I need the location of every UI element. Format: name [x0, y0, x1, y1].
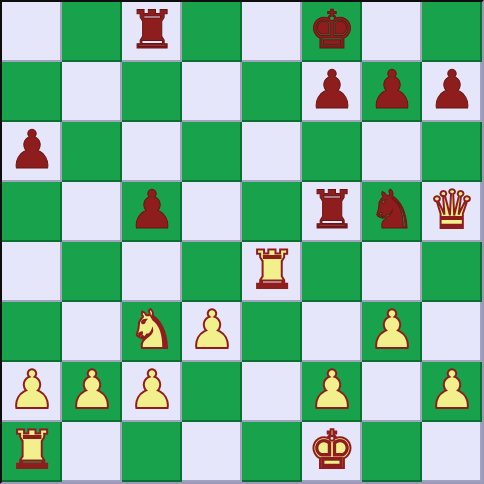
piece-white-rook[interactable]: ♜ [248, 242, 296, 300]
square-c5[interactable]: ♟ [122, 182, 182, 242]
square-b1[interactable] [62, 422, 122, 482]
square-e4[interactable]: ♜ [242, 242, 302, 302]
square-b7[interactable] [62, 62, 122, 122]
square-a7[interactable] [2, 62, 62, 122]
square-g4[interactable] [362, 242, 422, 302]
square-f1[interactable]: ♚ [302, 422, 362, 482]
square-b2[interactable]: ♟ [62, 362, 122, 422]
piece-white-pawn[interactable]: ♟ [68, 362, 116, 420]
square-d5[interactable] [182, 182, 242, 242]
square-h6[interactable] [422, 122, 482, 182]
square-f7[interactable]: ♟ [302, 62, 362, 122]
piece-white-rook[interactable]: ♜ [8, 422, 56, 480]
square-d4[interactable] [182, 242, 242, 302]
square-h7[interactable]: ♟ [422, 62, 482, 122]
square-f2[interactable]: ♟ [302, 362, 362, 422]
piece-black-pawn[interactable]: ♟ [128, 182, 176, 240]
square-c4[interactable] [122, 242, 182, 302]
square-g1[interactable] [362, 422, 422, 482]
square-h5[interactable]: ♛ [422, 182, 482, 242]
square-e7[interactable] [242, 62, 302, 122]
square-a2[interactable]: ♟ [2, 362, 62, 422]
square-b8[interactable] [62, 2, 122, 62]
piece-white-pawn[interactable]: ♟ [428, 362, 476, 420]
square-c1[interactable] [122, 422, 182, 482]
square-e5[interactable] [242, 182, 302, 242]
square-a6[interactable]: ♟ [2, 122, 62, 182]
square-e3[interactable] [242, 302, 302, 362]
square-h3[interactable] [422, 302, 482, 362]
square-f5[interactable]: ♜ [302, 182, 362, 242]
square-e8[interactable] [242, 2, 302, 62]
square-e6[interactable] [242, 122, 302, 182]
square-c3[interactable]: ♞ [122, 302, 182, 362]
square-b4[interactable] [62, 242, 122, 302]
square-c7[interactable] [122, 62, 182, 122]
square-a4[interactable] [2, 242, 62, 302]
square-c2[interactable]: ♟ [122, 362, 182, 422]
chess-board: ♜♚♟♟♟♟♟♜♞♛♜♞♟♟♟♟♟♟♟♜♚ [0, 0, 484, 484]
square-g6[interactable] [362, 122, 422, 182]
board-wrapper: ♜♚♟♟♟♟♟♜♞♛♜♞♟♟♟♟♟♟♟♜♚ [0, 0, 484, 484]
square-g7[interactable]: ♟ [362, 62, 422, 122]
piece-black-rook[interactable]: ♜ [128, 2, 176, 60]
square-f4[interactable] [302, 242, 362, 302]
piece-white-pawn[interactable]: ♟ [8, 362, 56, 420]
square-a1[interactable]: ♜ [2, 422, 62, 482]
square-c6[interactable] [122, 122, 182, 182]
square-e1[interactable] [242, 422, 302, 482]
piece-black-pawn[interactable]: ♟ [368, 62, 416, 120]
square-g3[interactable]: ♟ [362, 302, 422, 362]
square-a3[interactable] [2, 302, 62, 362]
piece-white-queen[interactable]: ♛ [428, 182, 476, 240]
square-d2[interactable] [182, 362, 242, 422]
square-c8[interactable]: ♜ [122, 2, 182, 62]
square-b3[interactable] [62, 302, 122, 362]
square-g5[interactable]: ♞ [362, 182, 422, 242]
piece-black-knight[interactable]: ♞ [368, 182, 416, 240]
square-h1[interactable] [422, 422, 482, 482]
piece-black-king[interactable]: ♚ [308, 2, 356, 60]
square-b6[interactable] [62, 122, 122, 182]
square-d1[interactable] [182, 422, 242, 482]
square-g2[interactable] [362, 362, 422, 422]
square-f8[interactable]: ♚ [302, 2, 362, 62]
square-f3[interactable] [302, 302, 362, 362]
square-h8[interactable] [422, 2, 482, 62]
square-d7[interactable] [182, 62, 242, 122]
piece-white-pawn[interactable]: ♟ [308, 362, 356, 420]
square-d3[interactable]: ♟ [182, 302, 242, 362]
piece-white-pawn[interactable]: ♟ [368, 302, 416, 360]
square-g8[interactable] [362, 2, 422, 62]
piece-black-pawn[interactable]: ♟ [8, 122, 56, 180]
square-e2[interactable] [242, 362, 302, 422]
piece-white-king[interactable]: ♚ [308, 422, 356, 480]
square-h2[interactable]: ♟ [422, 362, 482, 422]
piece-black-rook[interactable]: ♜ [308, 182, 356, 240]
square-a8[interactable] [2, 2, 62, 62]
piece-black-pawn[interactable]: ♟ [428, 62, 476, 120]
square-d8[interactable] [182, 2, 242, 62]
square-f6[interactable] [302, 122, 362, 182]
piece-white-pawn[interactable]: ♟ [188, 302, 236, 360]
piece-white-pawn[interactable]: ♟ [128, 362, 176, 420]
piece-black-pawn[interactable]: ♟ [308, 62, 356, 120]
square-b5[interactable] [62, 182, 122, 242]
square-h4[interactable] [422, 242, 482, 302]
square-a5[interactable] [2, 182, 62, 242]
piece-white-knight[interactable]: ♞ [128, 302, 176, 360]
square-d6[interactable] [182, 122, 242, 182]
